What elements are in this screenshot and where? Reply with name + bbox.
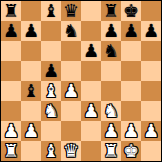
square-d1[interactable]: ♛: [61, 141, 81, 161]
square-h2[interactable]: ♟: [141, 121, 161, 141]
square-a5[interactable]: [1, 61, 21, 81]
black-pawn[interactable]: ♟: [3, 22, 19, 40]
white-bishop[interactable]: ♝: [43, 82, 59, 100]
square-g8[interactable]: ♚: [121, 1, 141, 21]
white-pawn[interactable]: ♟: [23, 122, 39, 140]
black-queen[interactable]: ♛: [63, 2, 79, 20]
square-a1[interactable]: ♜: [1, 141, 21, 161]
square-c5[interactable]: ♟: [41, 61, 61, 81]
black-rook[interactable]: ♜: [3, 2, 19, 20]
square-c1[interactable]: ♝: [41, 141, 61, 161]
square-d7[interactable]: ♞: [61, 21, 81, 41]
square-a8[interactable]: ♜: [1, 1, 21, 21]
chess-board: ♜♝♛♜♚♟♟♞♟♟♟♟♞♟♝♝♟♞♟♞♟♟♟♟♟♜♝♛♜♚: [0, 0, 162, 162]
square-c3[interactable]: ♞: [41, 101, 61, 121]
square-g7[interactable]: ♟: [121, 21, 141, 41]
black-king[interactable]: ♚: [123, 2, 139, 20]
white-rook[interactable]: ♜: [3, 142, 19, 160]
square-c2[interactable]: [41, 121, 61, 141]
square-e1[interactable]: [81, 141, 101, 161]
square-g4[interactable]: [121, 81, 141, 101]
square-e6[interactable]: ♟: [81, 41, 101, 61]
black-bishop[interactable]: ♝: [23, 82, 39, 100]
square-h4[interactable]: [141, 81, 161, 101]
square-b3[interactable]: [21, 101, 41, 121]
square-c8[interactable]: ♝: [41, 1, 61, 21]
black-pawn[interactable]: ♟: [143, 22, 159, 40]
white-king[interactable]: ♚: [123, 142, 139, 160]
square-e7[interactable]: [81, 21, 101, 41]
square-h6[interactable]: [141, 41, 161, 61]
white-queen[interactable]: ♛: [63, 142, 79, 160]
square-d3[interactable]: [61, 101, 81, 121]
square-d4[interactable]: ♟: [61, 81, 81, 101]
square-e8[interactable]: [81, 1, 101, 21]
black-pawn[interactable]: ♟: [83, 42, 99, 60]
white-rook[interactable]: ♜: [103, 142, 119, 160]
square-b2[interactable]: ♟: [21, 121, 41, 141]
square-f2[interactable]: ♟: [101, 121, 121, 141]
square-d2[interactable]: [61, 121, 81, 141]
square-d6[interactable]: [61, 41, 81, 61]
square-f7[interactable]: ♟: [101, 21, 121, 41]
square-e5[interactable]: [81, 61, 101, 81]
square-b7[interactable]: ♟: [21, 21, 41, 41]
square-b1[interactable]: [21, 141, 41, 161]
square-f4[interactable]: [101, 81, 121, 101]
square-f1[interactable]: ♜: [101, 141, 121, 161]
white-pawn[interactable]: ♟: [3, 122, 19, 140]
white-bishop[interactable]: ♝: [43, 142, 59, 160]
square-g2[interactable]: ♟: [121, 121, 141, 141]
black-pawn[interactable]: ♟: [103, 22, 119, 40]
square-f6[interactable]: ♞: [101, 41, 121, 61]
black-knight[interactable]: ♞: [103, 42, 119, 60]
white-knight[interactable]: ♞: [43, 102, 59, 120]
white-pawn[interactable]: ♟: [63, 82, 79, 100]
square-e2[interactable]: [81, 121, 101, 141]
square-g5[interactable]: [121, 61, 141, 81]
square-g6[interactable]: [121, 41, 141, 61]
white-pawn[interactable]: ♟: [103, 122, 119, 140]
black-pawn[interactable]: ♟: [23, 22, 39, 40]
square-e3[interactable]: ♟: [81, 101, 101, 121]
black-pawn[interactable]: ♟: [123, 22, 139, 40]
square-g3[interactable]: [121, 101, 141, 121]
square-d5[interactable]: [61, 61, 81, 81]
square-c7[interactable]: [41, 21, 61, 41]
square-a6[interactable]: [1, 41, 21, 61]
square-h5[interactable]: [141, 61, 161, 81]
square-a7[interactable]: ♟: [1, 21, 21, 41]
square-h7[interactable]: ♟: [141, 21, 161, 41]
square-g1[interactable]: ♚: [121, 141, 141, 161]
white-pawn[interactable]: ♟: [143, 122, 159, 140]
square-f5[interactable]: [101, 61, 121, 81]
black-knight[interactable]: ♞: [63, 22, 79, 40]
square-a3[interactable]: [1, 101, 21, 121]
square-h3[interactable]: [141, 101, 161, 121]
black-pawn[interactable]: ♟: [43, 62, 59, 80]
square-b8[interactable]: [21, 1, 41, 21]
white-knight[interactable]: ♞: [103, 102, 119, 120]
square-d8[interactable]: ♛: [61, 1, 81, 21]
white-pawn[interactable]: ♟: [123, 122, 139, 140]
square-a2[interactable]: ♟: [1, 121, 21, 141]
square-e4[interactable]: [81, 81, 101, 101]
square-c6[interactable]: [41, 41, 61, 61]
square-b4[interactable]: ♝: [21, 81, 41, 101]
square-f8[interactable]: ♜: [101, 1, 121, 21]
square-h1[interactable]: [141, 141, 161, 161]
white-pawn[interactable]: ♟: [83, 102, 99, 120]
square-a4[interactable]: [1, 81, 21, 101]
square-f3[interactable]: ♞: [101, 101, 121, 121]
square-b6[interactable]: [21, 41, 41, 61]
square-h8[interactable]: [141, 1, 161, 21]
black-rook[interactable]: ♜: [103, 2, 119, 20]
black-bishop[interactable]: ♝: [43, 2, 59, 20]
square-c4[interactable]: ♝: [41, 81, 61, 101]
square-b5[interactable]: [21, 61, 41, 81]
